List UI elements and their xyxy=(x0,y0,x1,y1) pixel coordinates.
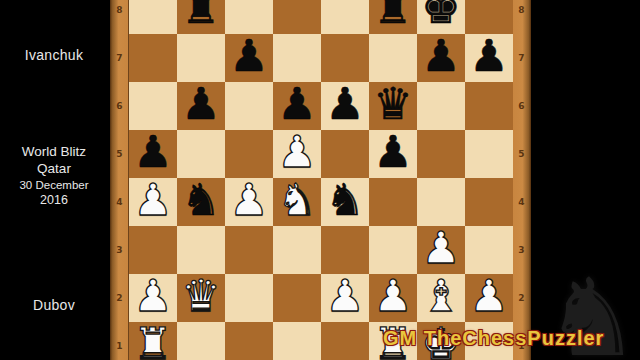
rank-label-3: 3 xyxy=(512,242,531,258)
square-g3[interactable]: ♟ xyxy=(417,226,465,274)
square-e5[interactable] xyxy=(321,130,369,178)
square-f5[interactable]: ♟ xyxy=(369,130,417,178)
black-pawn: ♟ xyxy=(421,32,460,80)
black-pawn: ♟ xyxy=(229,32,268,80)
chess-board: 87654321 87654321 ♜♜♚♟♟♟♟♟♟♛♟♟♟♟♞♟♞♞♟♟♛♟… xyxy=(110,0,531,360)
square-e6[interactable]: ♟ xyxy=(321,82,369,130)
channel-watermark: GM TheChessPuzzler xyxy=(383,327,604,350)
rank-label-8: 8 xyxy=(110,2,129,18)
square-b1[interactable] xyxy=(177,322,225,360)
square-a6[interactable] xyxy=(129,82,177,130)
square-c5[interactable] xyxy=(225,130,273,178)
square-a3[interactable] xyxy=(129,226,177,274)
square-g4[interactable] xyxy=(417,178,465,226)
black-pawn: ♟ xyxy=(469,32,508,80)
square-b3[interactable] xyxy=(177,226,225,274)
square-b2[interactable]: ♛ xyxy=(177,274,225,322)
black-pawn: ♟ xyxy=(373,128,412,176)
rank-label-5: 5 xyxy=(512,146,531,162)
square-e8[interactable] xyxy=(321,0,369,34)
black-pawn: ♟ xyxy=(277,80,316,128)
square-d7[interactable] xyxy=(273,34,321,82)
square-h3[interactable] xyxy=(465,226,513,274)
square-b7[interactable] xyxy=(177,34,225,82)
square-b8[interactable]: ♜ xyxy=(177,0,225,34)
square-f2[interactable]: ♟ xyxy=(369,274,417,322)
square-h5[interactable] xyxy=(465,130,513,178)
square-d5[interactable]: ♟ xyxy=(273,130,321,178)
white-pawn: ♟ xyxy=(421,224,460,272)
white-pawn: ♟ xyxy=(133,176,172,224)
white-rook: ♜ xyxy=(133,320,172,360)
rank-label-8: 8 xyxy=(512,2,531,18)
square-c4[interactable]: ♟ xyxy=(225,178,273,226)
square-c2[interactable] xyxy=(225,274,273,322)
square-h6[interactable] xyxy=(465,82,513,130)
rank-label-5: 5 xyxy=(110,146,129,162)
square-c8[interactable] xyxy=(225,0,273,34)
square-a1[interactable]: ♜ xyxy=(129,322,177,360)
white-pawn: ♟ xyxy=(373,272,412,320)
square-b6[interactable]: ♟ xyxy=(177,82,225,130)
rank-label-7: 7 xyxy=(512,50,531,66)
rank-label-1: 1 xyxy=(110,338,129,354)
rank-label-6: 6 xyxy=(110,98,129,114)
black-pawn: ♟ xyxy=(325,80,364,128)
white-pawn: ♟ xyxy=(229,176,268,224)
square-d2[interactable] xyxy=(273,274,321,322)
event-date-line1: 30 December xyxy=(0,178,108,193)
white-pawn: ♟ xyxy=(469,272,508,320)
square-e4[interactable]: ♞ xyxy=(321,178,369,226)
square-g5[interactable] xyxy=(417,130,465,178)
white-bishop: ♝ xyxy=(421,272,460,320)
board-border-left: 87654321 xyxy=(110,0,129,360)
white-queen: ♛ xyxy=(181,272,220,320)
square-b5[interactable] xyxy=(177,130,225,178)
square-a7[interactable] xyxy=(129,34,177,82)
square-c3[interactable] xyxy=(225,226,273,274)
video-frame: Ivanchuk World Blitz Qatar 30 December 2… xyxy=(0,0,640,360)
white-pawn: ♟ xyxy=(325,272,364,320)
square-e1[interactable] xyxy=(321,322,369,360)
black-rook: ♜ xyxy=(373,0,412,32)
square-h4[interactable] xyxy=(465,178,513,226)
square-f4[interactable] xyxy=(369,178,417,226)
white-pawn: ♟ xyxy=(133,272,172,320)
square-d1[interactable] xyxy=(273,322,321,360)
square-f8[interactable]: ♜ xyxy=(369,0,417,34)
square-g7[interactable]: ♟ xyxy=(417,34,465,82)
event-name-line2: Qatar xyxy=(0,160,108,177)
black-rook: ♜ xyxy=(181,0,220,32)
square-b4[interactable]: ♞ xyxy=(177,178,225,226)
white-knight: ♞ xyxy=(277,176,316,224)
rank-label-7: 7 xyxy=(110,50,129,66)
event-info: World Blitz Qatar 30 December 2016 xyxy=(0,143,108,208)
black-pawn: ♟ xyxy=(181,80,220,128)
square-d4[interactable]: ♞ xyxy=(273,178,321,226)
rank-label-2: 2 xyxy=(512,290,531,306)
rank-label-4: 4 xyxy=(512,194,531,210)
square-a4[interactable]: ♟ xyxy=(129,178,177,226)
white-player-name: Dubov xyxy=(0,297,108,313)
square-d3[interactable] xyxy=(273,226,321,274)
info-panel: Ivanchuk World Blitz Qatar 30 December 2… xyxy=(0,0,108,360)
square-a8[interactable] xyxy=(129,0,177,34)
rank-label-6: 6 xyxy=(512,98,531,114)
square-c7[interactable]: ♟ xyxy=(225,34,273,82)
black-pawn: ♟ xyxy=(133,128,172,176)
square-h7[interactable]: ♟ xyxy=(465,34,513,82)
board-border-right: 87654321 xyxy=(512,0,531,360)
rank-label-3: 3 xyxy=(110,242,129,258)
event-name-line1: World Blitz xyxy=(0,143,108,160)
square-f7[interactable] xyxy=(369,34,417,82)
square-g6[interactable] xyxy=(417,82,465,130)
square-e2[interactable]: ♟ xyxy=(321,274,369,322)
square-h8[interactable] xyxy=(465,0,513,34)
square-g8[interactable]: ♚ xyxy=(417,0,465,34)
white-pawn: ♟ xyxy=(277,128,316,176)
rank-label-4: 4 xyxy=(110,194,129,210)
square-a2[interactable]: ♟ xyxy=(129,274,177,322)
event-date-line2: 2016 xyxy=(0,192,108,208)
square-c1[interactable] xyxy=(225,322,273,360)
square-f3[interactable] xyxy=(369,226,417,274)
square-d6[interactable]: ♟ xyxy=(273,82,321,130)
square-f6[interactable]: ♛ xyxy=(369,82,417,130)
square-c6[interactable] xyxy=(225,82,273,130)
square-g2[interactable]: ♝ xyxy=(417,274,465,322)
rank-label-2: 2 xyxy=(110,290,129,306)
square-a5[interactable]: ♟ xyxy=(129,130,177,178)
square-h2[interactable]: ♟ xyxy=(465,274,513,322)
square-e7[interactable] xyxy=(321,34,369,82)
black-king: ♚ xyxy=(421,0,460,32)
black-queen: ♛ xyxy=(373,80,412,128)
square-d8[interactable] xyxy=(273,0,321,34)
board-squares: ♜♜♚♟♟♟♟♟♟♛♟♟♟♟♞♟♞♞♟♟♛♟♟♝♟♜♜♚ xyxy=(129,0,513,360)
square-e3[interactable] xyxy=(321,226,369,274)
black-knight: ♞ xyxy=(325,176,364,224)
black-player-name: Ivanchuk xyxy=(0,47,108,63)
black-knight: ♞ xyxy=(181,176,220,224)
